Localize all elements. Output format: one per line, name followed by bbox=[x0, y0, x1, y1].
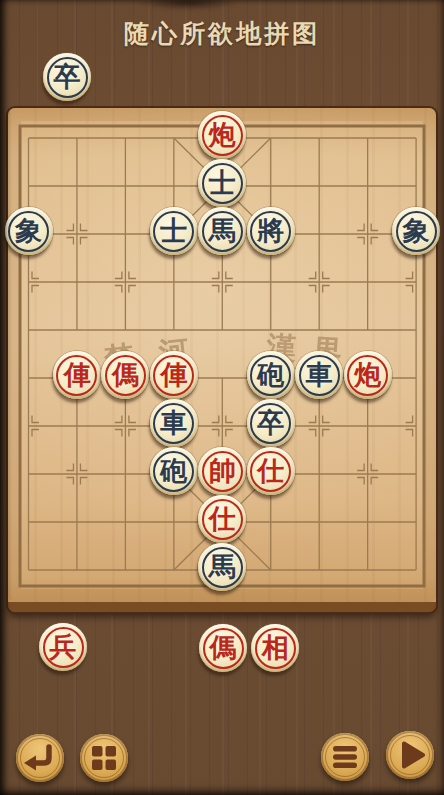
play-icon bbox=[386, 731, 434, 779]
board-piece-black-馬[interactable]: 馬 bbox=[198, 543, 246, 591]
return-arrow-icon bbox=[16, 734, 64, 782]
piece-character: 車 bbox=[160, 410, 187, 437]
tray-piece-red-相[interactable]: 相 bbox=[251, 624, 299, 672]
grid-icon bbox=[80, 734, 128, 782]
play-button[interactable] bbox=[386, 731, 434, 779]
menu-button[interactable] bbox=[321, 733, 369, 781]
piece-character: 俥 bbox=[63, 362, 90, 389]
piece-character: 車 bbox=[306, 362, 333, 389]
piece-character: 馬 bbox=[209, 218, 236, 245]
piece-character: 炮 bbox=[209, 122, 236, 149]
piece-character: 馬 bbox=[209, 554, 236, 581]
piece-character: 士 bbox=[209, 170, 236, 197]
xiangqi-board[interactable]: 楚河漢界 炮士象士馬將象俥傌俥砲車炮車卒砲帥仕仕馬 bbox=[8, 108, 436, 612]
list-icon bbox=[321, 733, 369, 781]
board-piece-black-士[interactable]: 士 bbox=[150, 207, 198, 255]
board-piece-red-俥[interactable]: 俥 bbox=[150, 351, 198, 399]
piece-character: 卒 bbox=[54, 64, 81, 91]
piece-character: 仕 bbox=[257, 458, 284, 485]
board-piece-black-卒[interactable]: 卒 bbox=[247, 399, 295, 447]
screen-notch-shade bbox=[138, 0, 238, 10]
board-piece-black-象[interactable]: 象 bbox=[5, 207, 53, 255]
piece-character: 帥 bbox=[209, 458, 236, 485]
piece-character: 俥 bbox=[160, 362, 187, 389]
piece-character: 砲 bbox=[257, 362, 284, 389]
board-piece-red-炮[interactable]: 炮 bbox=[198, 111, 246, 159]
board-piece-black-馬[interactable]: 馬 bbox=[198, 207, 246, 255]
piece-character: 象 bbox=[403, 218, 430, 245]
tray-piece-black-卒[interactable]: 卒 bbox=[43, 53, 91, 101]
undo-button[interactable] bbox=[16, 734, 64, 782]
screen: 随心所欲地拼图 楚河漢界 炮士象士馬將象俥傌俥砲車炮車卒砲帥仕仕馬 卒兵傌相 bbox=[0, 0, 444, 795]
board-piece-black-砲[interactable]: 砲 bbox=[247, 351, 295, 399]
board-piece-black-將[interactable]: 將 bbox=[247, 207, 295, 255]
layout-grid-button[interactable] bbox=[80, 734, 128, 782]
piece-character: 兵 bbox=[50, 634, 77, 661]
piece-character: 士 bbox=[160, 218, 187, 245]
piece-character: 傌 bbox=[210, 635, 237, 662]
piece-character: 砲 bbox=[160, 458, 187, 485]
piece-character: 仕 bbox=[209, 506, 236, 533]
board-piece-red-仕[interactable]: 仕 bbox=[198, 495, 246, 543]
tray-piece-red-兵[interactable]: 兵 bbox=[39, 623, 87, 671]
board-piece-black-車[interactable]: 車 bbox=[295, 351, 343, 399]
board-piece-black-砲[interactable]: 砲 bbox=[150, 447, 198, 495]
piece-character: 炮 bbox=[354, 362, 381, 389]
board-piece-black-車[interactable]: 車 bbox=[150, 399, 198, 447]
piece-character: 傌 bbox=[112, 362, 139, 389]
page-title: 随心所欲地拼图 bbox=[0, 17, 444, 50]
piece-character: 象 bbox=[15, 218, 42, 245]
board-piece-black-象[interactable]: 象 bbox=[392, 207, 440, 255]
board-piece-black-士[interactable]: 士 bbox=[198, 159, 246, 207]
piece-character: 相 bbox=[262, 635, 289, 662]
board-piece-red-炮[interactable]: 炮 bbox=[344, 351, 392, 399]
board-piece-red-俥[interactable]: 俥 bbox=[53, 351, 101, 399]
tray-piece-red-傌[interactable]: 傌 bbox=[199, 624, 247, 672]
piece-character: 將 bbox=[257, 218, 284, 245]
piece-character: 卒 bbox=[257, 410, 284, 437]
board-piece-red-帥[interactable]: 帥 bbox=[198, 447, 246, 495]
board-piece-red-仕[interactable]: 仕 bbox=[247, 447, 295, 495]
